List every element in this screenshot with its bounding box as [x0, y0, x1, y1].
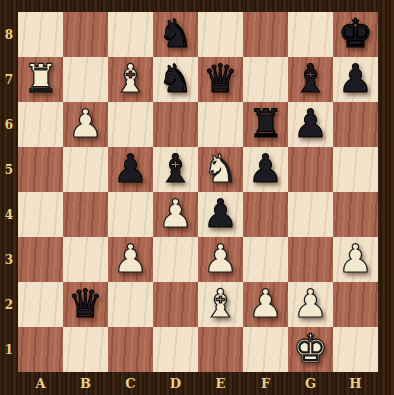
rank-label-3: 3 — [0, 237, 18, 282]
square-f2[interactable]: ♟ — [243, 282, 288, 327]
piece-black-pawn-g6[interactable]: ♟ — [288, 99, 333, 147]
rank-label-4: 4 — [0, 192, 18, 237]
file-label-h: H — [333, 372, 378, 395]
piece-black-pawn-e4[interactable]: ♟ — [198, 189, 243, 237]
square-c1[interactable] — [108, 327, 153, 372]
square-b7[interactable] — [63, 57, 108, 102]
square-c6[interactable] — [108, 102, 153, 147]
square-b4[interactable] — [63, 192, 108, 237]
rank-label-2: 2 — [0, 282, 18, 327]
square-e4[interactable]: ♟ — [198, 192, 243, 237]
piece-black-bishop-d5[interactable]: ♝ — [153, 144, 198, 192]
piece-white-bishop-e2[interactable]: ♝ — [198, 279, 243, 327]
square-f6[interactable]: ♜ — [243, 102, 288, 147]
square-g8[interactable] — [288, 12, 333, 57]
piece-white-pawn-c3[interactable]: ♟ — [108, 234, 153, 282]
square-f1[interactable] — [243, 327, 288, 372]
square-h5[interactable] — [333, 147, 378, 192]
square-d7[interactable]: ♞ — [153, 57, 198, 102]
piece-white-pawn-b6[interactable]: ♟ — [63, 99, 108, 147]
square-f7[interactable] — [243, 57, 288, 102]
square-g3[interactable] — [288, 237, 333, 282]
square-e1[interactable] — [198, 327, 243, 372]
square-a7[interactable]: ♜ — [18, 57, 63, 102]
piece-black-king-h8[interactable]: ♚ — [333, 9, 378, 57]
square-c5[interactable]: ♟ — [108, 147, 153, 192]
square-b1[interactable] — [63, 327, 108, 372]
file-label-f: F — [243, 372, 288, 395]
square-h4[interactable] — [333, 192, 378, 237]
piece-white-king-g1[interactable]: ♚ — [288, 324, 333, 372]
square-c3[interactable]: ♟ — [108, 237, 153, 282]
chess-board-window: ♞♚♜♝♞♛♝♟♟♜♟♟♝♞♟♟♟♟♟♟♛♝♟♟♚ 87654321 ABCDE… — [0, 0, 394, 395]
square-d4[interactable]: ♟ — [153, 192, 198, 237]
square-a8[interactable] — [18, 12, 63, 57]
piece-white-pawn-e3[interactable]: ♟ — [198, 234, 243, 282]
square-c8[interactable] — [108, 12, 153, 57]
square-a2[interactable] — [18, 282, 63, 327]
piece-black-queen-e7[interactable]: ♛ — [198, 54, 243, 102]
piece-black-pawn-c5[interactable]: ♟ — [108, 144, 153, 192]
square-h7[interactable]: ♟ — [333, 57, 378, 102]
square-d6[interactable] — [153, 102, 198, 147]
file-label-c: C — [108, 372, 153, 395]
square-b6[interactable]: ♟ — [63, 102, 108, 147]
square-f5[interactable]: ♟ — [243, 147, 288, 192]
square-a4[interactable] — [18, 192, 63, 237]
piece-white-knight-e5[interactable]: ♞ — [198, 144, 243, 192]
piece-black-knight-d8[interactable]: ♞ — [153, 9, 198, 57]
square-g2[interactable]: ♟ — [288, 282, 333, 327]
file-label-g: G — [288, 372, 333, 395]
square-g1[interactable]: ♚ — [288, 327, 333, 372]
square-b3[interactable] — [63, 237, 108, 282]
square-c4[interactable] — [108, 192, 153, 237]
square-d8[interactable]: ♞ — [153, 12, 198, 57]
square-f3[interactable] — [243, 237, 288, 282]
square-e8[interactable] — [198, 12, 243, 57]
square-e6[interactable] — [198, 102, 243, 147]
rank-label-8: 8 — [0, 12, 18, 57]
piece-black-pawn-f5[interactable]: ♟ — [243, 144, 288, 192]
square-e2[interactable]: ♝ — [198, 282, 243, 327]
file-label-d: D — [153, 372, 198, 395]
square-c7[interactable]: ♝ — [108, 57, 153, 102]
square-b5[interactable] — [63, 147, 108, 192]
square-a3[interactable] — [18, 237, 63, 282]
square-a6[interactable] — [18, 102, 63, 147]
square-d2[interactable] — [153, 282, 198, 327]
square-h3[interactable]: ♟ — [333, 237, 378, 282]
square-h8[interactable]: ♚ — [333, 12, 378, 57]
piece-black-pawn-h7[interactable]: ♟ — [333, 54, 378, 102]
square-e3[interactable]: ♟ — [198, 237, 243, 282]
piece-black-queen-b2[interactable]: ♛ — [63, 279, 108, 327]
rank-label-5: 5 — [0, 147, 18, 192]
square-c2[interactable] — [108, 282, 153, 327]
piece-white-pawn-h3[interactable]: ♟ — [333, 234, 378, 282]
board: ♞♚♜♝♞♛♝♟♟♜♟♟♝♞♟♟♟♟♟♟♛♝♟♟♚ — [18, 12, 378, 372]
piece-white-rook-a7[interactable]: ♜ — [18, 54, 63, 102]
piece-black-bishop-g7[interactable]: ♝ — [288, 54, 333, 102]
square-g4[interactable] — [288, 192, 333, 237]
piece-white-pawn-f2[interactable]: ♟ — [243, 279, 288, 327]
piece-white-bishop-c7[interactable]: ♝ — [108, 54, 153, 102]
rank-label-1: 1 — [0, 327, 18, 372]
rank-label-7: 7 — [0, 57, 18, 102]
square-b8[interactable] — [63, 12, 108, 57]
square-a1[interactable] — [18, 327, 63, 372]
square-d1[interactable] — [153, 327, 198, 372]
square-e5[interactable]: ♞ — [198, 147, 243, 192]
square-b2[interactable]: ♛ — [63, 282, 108, 327]
square-d5[interactable]: ♝ — [153, 147, 198, 192]
file-label-e: E — [198, 372, 243, 395]
piece-black-knight-d7[interactable]: ♞ — [153, 54, 198, 102]
piece-white-pawn-d4[interactable]: ♟ — [153, 189, 198, 237]
piece-white-pawn-g2[interactable]: ♟ — [288, 279, 333, 327]
square-d3[interactable] — [153, 237, 198, 282]
square-h1[interactable] — [333, 327, 378, 372]
square-g5[interactable] — [288, 147, 333, 192]
square-a5[interactable] — [18, 147, 63, 192]
rank-label-6: 6 — [0, 102, 18, 147]
piece-black-rook-f6[interactable]: ♜ — [243, 99, 288, 147]
square-h2[interactable] — [333, 282, 378, 327]
square-g6[interactable]: ♟ — [288, 102, 333, 147]
square-f8[interactable] — [243, 12, 288, 57]
square-f4[interactable] — [243, 192, 288, 237]
file-label-a: A — [18, 372, 63, 395]
square-h6[interactable] — [333, 102, 378, 147]
square-e7[interactable]: ♛ — [198, 57, 243, 102]
file-label-b: B — [63, 372, 108, 395]
square-g7[interactable]: ♝ — [288, 57, 333, 102]
